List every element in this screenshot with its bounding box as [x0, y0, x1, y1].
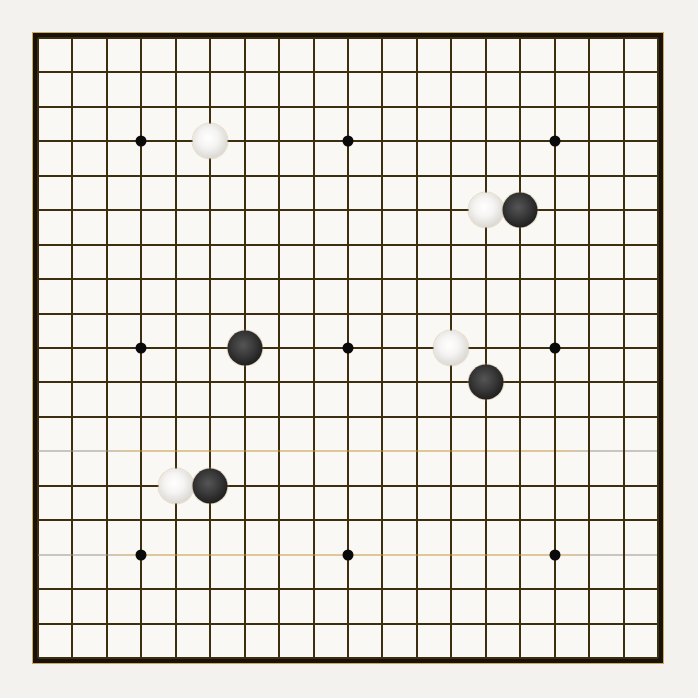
- black-stone[interactable]: [503, 193, 538, 228]
- grid-line-vertical: [657, 38, 659, 658]
- star-point: [549, 343, 560, 354]
- grid-line-vertical: [416, 38, 418, 658]
- grid-line-horizontal: [38, 519, 658, 521]
- go-board-diagram: [0, 0, 698, 698]
- white-stone[interactable]: [193, 124, 228, 159]
- grid-line-horizontal: [38, 485, 658, 487]
- star-point: [343, 136, 354, 147]
- star-point: [343, 343, 354, 354]
- grid-line-horizontal: [38, 416, 658, 418]
- grid-line-vertical: [588, 38, 590, 658]
- black-stone[interactable]: [227, 331, 262, 366]
- star-point: [343, 549, 354, 560]
- grid-line-horizontal: [38, 657, 658, 659]
- go-board[interactable]: [33, 33, 663, 663]
- grid-line-vertical: [623, 38, 625, 658]
- grid-line-horizontal: [38, 623, 658, 625]
- grid-line-vertical: [519, 38, 521, 658]
- star-point: [136, 343, 147, 354]
- star-point: [136, 136, 147, 147]
- black-stone[interactable]: [468, 365, 503, 400]
- grid-line-horizontal: [38, 588, 658, 590]
- grid-line-vertical: [381, 38, 383, 658]
- star-point: [549, 549, 560, 560]
- star-point: [136, 549, 147, 560]
- grid-line-vertical: [485, 38, 487, 658]
- white-stone[interactable]: [468, 193, 503, 228]
- white-stone[interactable]: [158, 468, 193, 503]
- star-point: [549, 136, 560, 147]
- white-stone[interactable]: [434, 331, 469, 366]
- black-stone[interactable]: [193, 468, 228, 503]
- grid-line-horizontal: [38, 451, 658, 452]
- grid-line-horizontal: [38, 381, 658, 383]
